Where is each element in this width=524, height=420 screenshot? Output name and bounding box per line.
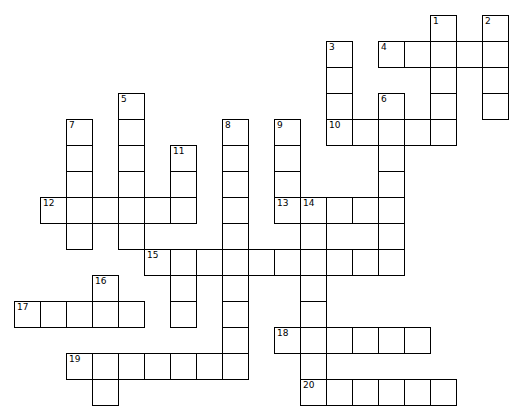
cell-r3-c14[interactable]: 6 <box>378 93 405 120</box>
cell-r4-c4[interactable] <box>118 119 145 146</box>
cell-r7-c12[interactable] <box>326 197 353 224</box>
cell-r13-c2[interactable]: 19 <box>66 353 93 380</box>
clue-number-13: 13 <box>277 199 288 208</box>
clue-number-14: 14 <box>303 199 314 208</box>
cell-r4-c8[interactable]: 8 <box>222 119 249 146</box>
cell-r7-c10[interactable]: 13 <box>274 197 301 224</box>
cell-r8-c2[interactable] <box>66 223 93 250</box>
cell-r12-c10[interactable]: 18 <box>274 327 301 354</box>
cell-r7-c8[interactable] <box>222 197 249 224</box>
cell-r4-c2[interactable]: 7 <box>66 119 93 146</box>
cell-r9-c14[interactable] <box>378 249 405 276</box>
cell-r11-c8[interactable] <box>222 301 249 328</box>
cell-r0-c18[interactable]: 2 <box>482 15 509 42</box>
cell-r9-c11[interactable] <box>300 249 327 276</box>
clue-number-8: 8 <box>225 121 231 130</box>
cell-r8-c14[interactable] <box>378 223 405 250</box>
cell-r12-c8[interactable] <box>222 327 249 354</box>
cell-r7-c2[interactable] <box>66 197 93 224</box>
cell-r13-c3[interactable] <box>92 353 119 380</box>
clue-number-19: 19 <box>69 355 80 364</box>
cell-r1-c17[interactable] <box>456 41 483 68</box>
clue-number-1: 1 <box>433 17 439 26</box>
cell-r5-c6[interactable]: 11 <box>170 145 197 172</box>
cell-r9-c6[interactable] <box>170 249 197 276</box>
cell-r9-c5[interactable]: 15 <box>144 249 171 276</box>
cell-r1-c18[interactable] <box>482 41 509 68</box>
cell-r3-c16[interactable] <box>430 93 457 120</box>
cell-r11-c6[interactable] <box>170 301 197 328</box>
cell-r14-c13[interactable] <box>352 379 379 406</box>
cell-r7-c6[interactable] <box>170 197 197 224</box>
cell-r4-c13[interactable] <box>352 119 379 146</box>
cell-r4-c16[interactable] <box>430 119 457 146</box>
cell-r7-c3[interactable] <box>92 197 119 224</box>
crossword-board: 1234567891011121314151617181920 <box>0 0 524 420</box>
cell-r9-c10[interactable] <box>274 249 301 276</box>
cell-r6-c14[interactable] <box>378 171 405 198</box>
cell-r0-c16[interactable]: 1 <box>430 15 457 42</box>
cell-r7-c1[interactable]: 12 <box>40 197 67 224</box>
cell-r4-c14[interactable] <box>378 119 405 146</box>
clue-number-6: 6 <box>381 95 387 104</box>
cell-r2-c18[interactable] <box>482 67 509 94</box>
cell-r12-c11[interactable] <box>300 327 327 354</box>
clue-number-2: 2 <box>485 17 491 26</box>
cell-r11-c11[interactable] <box>300 301 327 328</box>
cell-r13-c8[interactable] <box>222 353 249 380</box>
cell-r6-c8[interactable] <box>222 171 249 198</box>
cell-r8-c4[interactable] <box>118 223 145 250</box>
cell-r12-c15[interactable] <box>404 327 431 354</box>
cell-r8-c8[interactable] <box>222 223 249 250</box>
cell-r10-c11[interactable] <box>300 275 327 302</box>
cell-r5-c4[interactable] <box>118 145 145 172</box>
cell-r14-c15[interactable] <box>404 379 431 406</box>
cell-r2-c12[interactable] <box>326 67 353 94</box>
cell-r5-c8[interactable] <box>222 145 249 172</box>
clue-number-3: 3 <box>329 43 335 52</box>
clue-number-15: 15 <box>147 251 158 260</box>
cell-r14-c16[interactable] <box>430 379 457 406</box>
cell-r7-c13[interactable] <box>352 197 379 224</box>
cell-r10-c8[interactable] <box>222 275 249 302</box>
clue-number-17: 17 <box>17 303 28 312</box>
cell-r12-c13[interactable] <box>352 327 379 354</box>
cell-r5-c10[interactable] <box>274 145 301 172</box>
clue-number-9: 9 <box>277 121 283 130</box>
cell-r3-c12[interactable] <box>326 93 353 120</box>
cell-r1-c15[interactable] <box>404 41 431 68</box>
cell-r11-c2[interactable] <box>66 301 93 328</box>
cell-r13-c6[interactable] <box>170 353 197 380</box>
clue-number-18: 18 <box>277 329 288 338</box>
cell-r3-c18[interactable] <box>482 93 509 120</box>
clue-number-11: 11 <box>173 147 184 156</box>
clue-number-20: 20 <box>303 381 314 390</box>
cell-r14-c12[interactable] <box>326 379 353 406</box>
crossword-grid: 1234567891011121314151617181920 <box>0 0 524 420</box>
cell-r1-c16[interactable] <box>430 41 457 68</box>
cell-r1-c14[interactable]: 4 <box>378 41 405 68</box>
cell-r13-c4[interactable] <box>118 353 145 380</box>
cell-r11-c1[interactable] <box>40 301 67 328</box>
clue-number-5: 5 <box>121 95 127 104</box>
cell-r9-c8[interactable] <box>222 249 249 276</box>
cell-r9-c9[interactable] <box>248 249 275 276</box>
cell-r12-c12[interactable] <box>326 327 353 354</box>
cell-r4-c15[interactable] <box>404 119 431 146</box>
cell-r5-c2[interactable] <box>66 145 93 172</box>
clue-number-16: 16 <box>95 277 106 286</box>
cell-r7-c5[interactable] <box>144 197 171 224</box>
cell-r2-c16[interactable] <box>430 67 457 94</box>
cell-r9-c13[interactable] <box>352 249 379 276</box>
cell-r14-c14[interactable] <box>378 379 405 406</box>
cell-r7-c14[interactable] <box>378 197 405 224</box>
cell-r11-c4[interactable] <box>118 301 145 328</box>
cell-r6-c6[interactable] <box>170 171 197 198</box>
clue-number-12: 12 <box>43 199 54 208</box>
clue-number-10: 10 <box>329 121 340 130</box>
cell-r6-c4[interactable] <box>118 171 145 198</box>
clue-number-4: 4 <box>381 43 387 52</box>
cell-r9-c7[interactable] <box>196 249 223 276</box>
cell-r13-c7[interactable] <box>196 353 223 380</box>
cell-r11-c0[interactable]: 17 <box>14 301 41 328</box>
cell-r11-c3[interactable] <box>92 301 119 328</box>
cell-r10-c6[interactable] <box>170 275 197 302</box>
cell-r9-c12[interactable] <box>326 249 353 276</box>
cell-r8-c11[interactable] <box>300 223 327 250</box>
cell-r3-c4[interactable]: 5 <box>118 93 145 120</box>
cell-r7-c4[interactable] <box>118 197 145 224</box>
cell-r6-c10[interactable] <box>274 171 301 198</box>
cell-r13-c5[interactable] <box>144 353 171 380</box>
cell-r14-c3[interactable] <box>92 379 119 406</box>
cell-r1-c12[interactable]: 3 <box>326 41 353 68</box>
cell-r4-c10[interactable]: 9 <box>274 119 301 146</box>
cell-r4-c12[interactable]: 10 <box>326 119 353 146</box>
cell-r10-c3[interactable]: 16 <box>92 275 119 302</box>
clue-number-7: 7 <box>69 121 75 130</box>
cell-r7-c11[interactable]: 14 <box>300 197 327 224</box>
cell-r13-c11[interactable] <box>300 353 327 380</box>
cell-r5-c14[interactable] <box>378 145 405 172</box>
cell-r6-c2[interactable] <box>66 171 93 198</box>
cell-r12-c14[interactable] <box>378 327 405 354</box>
cell-r14-c11[interactable]: 20 <box>300 379 327 406</box>
